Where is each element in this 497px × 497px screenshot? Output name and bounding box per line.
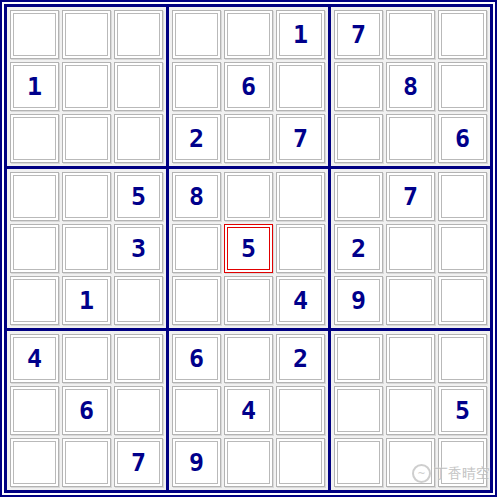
cell-r2c7[interactable]: [334, 62, 383, 111]
cell-r7c6[interactable]: 2: [276, 334, 325, 383]
cell-r5c8[interactable]: [386, 224, 435, 273]
cell-r1c3[interactable]: [114, 10, 163, 59]
cell-r6c3[interactable]: [114, 276, 163, 325]
cell-r6c7[interactable]: 9: [334, 276, 383, 325]
cell-r1c9[interactable]: [438, 10, 487, 59]
cell-r2c8[interactable]: 8: [386, 62, 435, 111]
cell-r8c3[interactable]: [114, 386, 163, 435]
cell-r7c9[interactable]: [438, 334, 487, 383]
cell-r2c1[interactable]: 1: [10, 62, 59, 111]
cell-r6c1[interactable]: [10, 276, 59, 325]
cell-r5c1[interactable]: [10, 224, 59, 273]
cell-r9c8[interactable]: [386, 438, 435, 487]
cell-r4c8[interactable]: 7: [386, 172, 435, 221]
cell-r3c4[interactable]: 2: [172, 114, 221, 163]
cell-r7c5[interactable]: [224, 334, 273, 383]
cell-r3c2[interactable]: [62, 114, 111, 163]
box-7: 467: [7, 331, 166, 490]
cell-r7c7[interactable]: [334, 334, 383, 383]
cell-r3c5[interactable]: [224, 114, 273, 163]
cell-r4c9[interactable]: [438, 172, 487, 221]
cell-r6c2[interactable]: 1: [62, 276, 111, 325]
box-4: 531: [7, 169, 166, 328]
cell-r1c4[interactable]: [172, 10, 221, 59]
box-6: 729: [331, 169, 490, 328]
cell-r2c3[interactable]: [114, 62, 163, 111]
cell-r9c9[interactable]: [438, 438, 487, 487]
cell-r8c8[interactable]: [386, 386, 435, 435]
cell-r8c2[interactable]: 6: [62, 386, 111, 435]
cell-r4c1[interactable]: [10, 172, 59, 221]
cell-r6c6[interactable]: 4: [276, 276, 325, 325]
sudoku-board: 1 1627 786 531 854 729 467 6249 5 ~ 丁香晴空: [0, 0, 497, 497]
cell-r9c5[interactable]: [224, 438, 273, 487]
sudoku-grid: 1 1627 786 531 854 729 467 6249 5: [4, 4, 493, 493]
cell-r3c9[interactable]: 6: [438, 114, 487, 163]
cell-r3c8[interactable]: [386, 114, 435, 163]
cell-r9c1[interactable]: [10, 438, 59, 487]
cell-r9c2[interactable]: [62, 438, 111, 487]
cell-r5c5[interactable]: 5: [224, 224, 273, 273]
cell-r2c2[interactable]: [62, 62, 111, 111]
box-8: 6249: [169, 331, 328, 490]
box-3: 786: [331, 7, 490, 166]
cell-r6c5[interactable]: [224, 276, 273, 325]
cell-r7c8[interactable]: [386, 334, 435, 383]
cell-r3c7[interactable]: [334, 114, 383, 163]
cell-r1c5[interactable]: [224, 10, 273, 59]
cell-r8c5[interactable]: 4: [224, 386, 273, 435]
cell-r7c2[interactable]: [62, 334, 111, 383]
cell-r9c4[interactable]: 9: [172, 438, 221, 487]
cell-r6c9[interactable]: [438, 276, 487, 325]
cell-r4c4[interactable]: 8: [172, 172, 221, 221]
cell-r2c6[interactable]: [276, 62, 325, 111]
cell-r1c2[interactable]: [62, 10, 111, 59]
cell-r2c4[interactable]: [172, 62, 221, 111]
cell-r8c9[interactable]: 5: [438, 386, 487, 435]
box-1: 1: [7, 7, 166, 166]
cell-r4c3[interactable]: 5: [114, 172, 163, 221]
cell-r9c3[interactable]: 7: [114, 438, 163, 487]
cell-r8c1[interactable]: [10, 386, 59, 435]
box-5: 854: [169, 169, 328, 328]
box-2: 1627: [169, 7, 328, 166]
cell-r5c3[interactable]: 3: [114, 224, 163, 273]
cell-r3c3[interactable]: [114, 114, 163, 163]
cell-r4c6[interactable]: [276, 172, 325, 221]
cell-r6c4[interactable]: [172, 276, 221, 325]
cell-r5c7[interactable]: 2: [334, 224, 383, 273]
cell-r8c4[interactable]: [172, 386, 221, 435]
box-9: 5: [331, 331, 490, 490]
cell-r3c1[interactable]: [10, 114, 59, 163]
cell-r5c6[interactable]: [276, 224, 325, 273]
cell-r1c1[interactable]: [10, 10, 59, 59]
cell-r5c4[interactable]: [172, 224, 221, 273]
cell-r9c7[interactable]: [334, 438, 383, 487]
cell-r7c1[interactable]: 4: [10, 334, 59, 383]
cell-r5c9[interactable]: [438, 224, 487, 273]
cell-r2c9[interactable]: [438, 62, 487, 111]
cell-r5c2[interactable]: [62, 224, 111, 273]
cell-r1c7[interactable]: 7: [334, 10, 383, 59]
cell-r4c7[interactable]: [334, 172, 383, 221]
cell-r4c5[interactable]: [224, 172, 273, 221]
cell-r4c2[interactable]: [62, 172, 111, 221]
cell-r2c5[interactable]: 6: [224, 62, 273, 111]
cell-r8c7[interactable]: [334, 386, 383, 435]
cell-r7c3[interactable]: [114, 334, 163, 383]
cell-r1c8[interactable]: [386, 10, 435, 59]
cell-r8c6[interactable]: [276, 386, 325, 435]
cell-r7c4[interactable]: 6: [172, 334, 221, 383]
cell-r1c6[interactable]: 1: [276, 10, 325, 59]
cell-r6c8[interactable]: [386, 276, 435, 325]
cell-r9c6[interactable]: [276, 438, 325, 487]
cell-r3c6[interactable]: 7: [276, 114, 325, 163]
